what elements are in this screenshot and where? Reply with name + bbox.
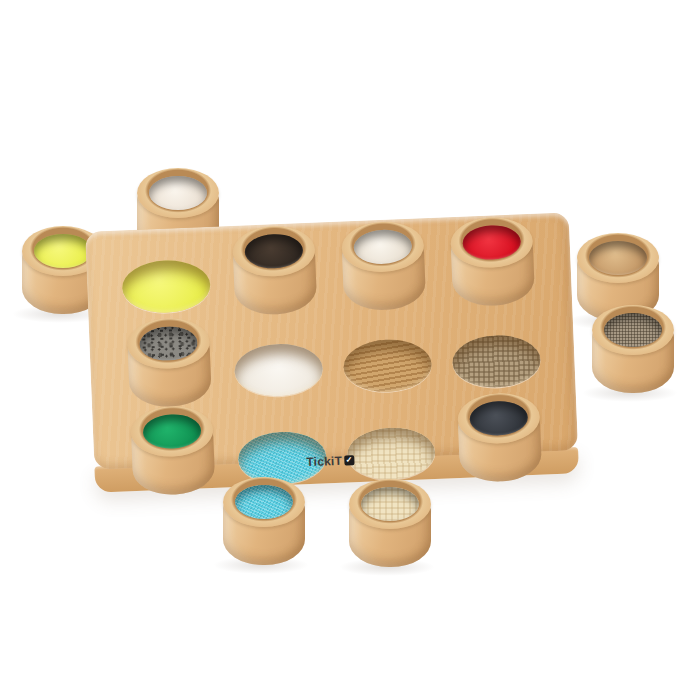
pot-texture-white-fur [353,229,412,265]
board-top-face [85,212,578,469]
pot-grey-gravel[interactable] [126,317,211,408]
product-photo-scene: TickiT ✓ [0,0,700,700]
loose-pot-right-lower[interactable] [592,305,674,393]
pot-texture-grey-gravel [138,325,197,361]
pot-rim [349,479,431,529]
recess-white-sand[interactable] [233,342,323,397]
board-cell-r2c2 [222,324,334,416]
pot-texture-white-fleece [149,176,207,210]
loose-pot-below-right[interactable] [349,479,431,567]
board-grid [85,212,578,469]
pot-texture-green-smooth [142,413,201,449]
board-cell-r1c2 [218,236,330,328]
pot-wire-mesh[interactable] [592,305,674,393]
pot-texture-empty-wood [589,241,647,275]
recess-hessian-burlap[interactable] [451,334,541,389]
recess-yellow-sponge[interactable] [121,259,211,314]
pot-rim [577,233,659,283]
pot-black-felt[interactable] [231,225,316,316]
brand-logo-text: TickiT [306,454,342,469]
recess-wood-ridges[interactable] [342,338,432,393]
pot-red-felt[interactable] [449,216,534,307]
pot-texture-dark-grey-felt [469,400,528,436]
pot-texture-black-felt [244,233,303,269]
board-cell-r1c4 [436,227,548,319]
loose-pot-below-left[interactable] [223,477,305,565]
pot-texture-yellow-sponge [34,234,92,268]
pot-white-fur[interactable] [340,220,425,311]
pot-texture-red-felt [462,224,521,260]
brand-logo: TickiT ✓ [306,453,354,469]
pot-rim [592,305,674,355]
board-cell-r3c1 [117,416,229,508]
pot-texture-wire-mesh [604,313,662,347]
board-cell-r3c4 [443,403,555,495]
pot-rim [137,168,219,218]
recess-cream-weave[interactable] [346,426,436,481]
pot-dark-grey-felt[interactable] [456,392,541,483]
pot-rim [223,477,305,527]
pot-texture-cream-weave [361,487,419,521]
pot-green-smooth[interactable] [130,405,215,496]
sensory-matching-board: TickiT ✓ [85,212,579,492]
board-cell-r2c3 [331,320,443,412]
pot-cream-weave[interactable] [349,479,431,567]
brand-logo-mark-icon: ✓ [344,455,354,465]
board-cell-r1c3 [327,232,439,324]
pot-blue-fabric[interactable] [223,477,305,565]
pot-texture-blue-fabric [235,485,293,519]
